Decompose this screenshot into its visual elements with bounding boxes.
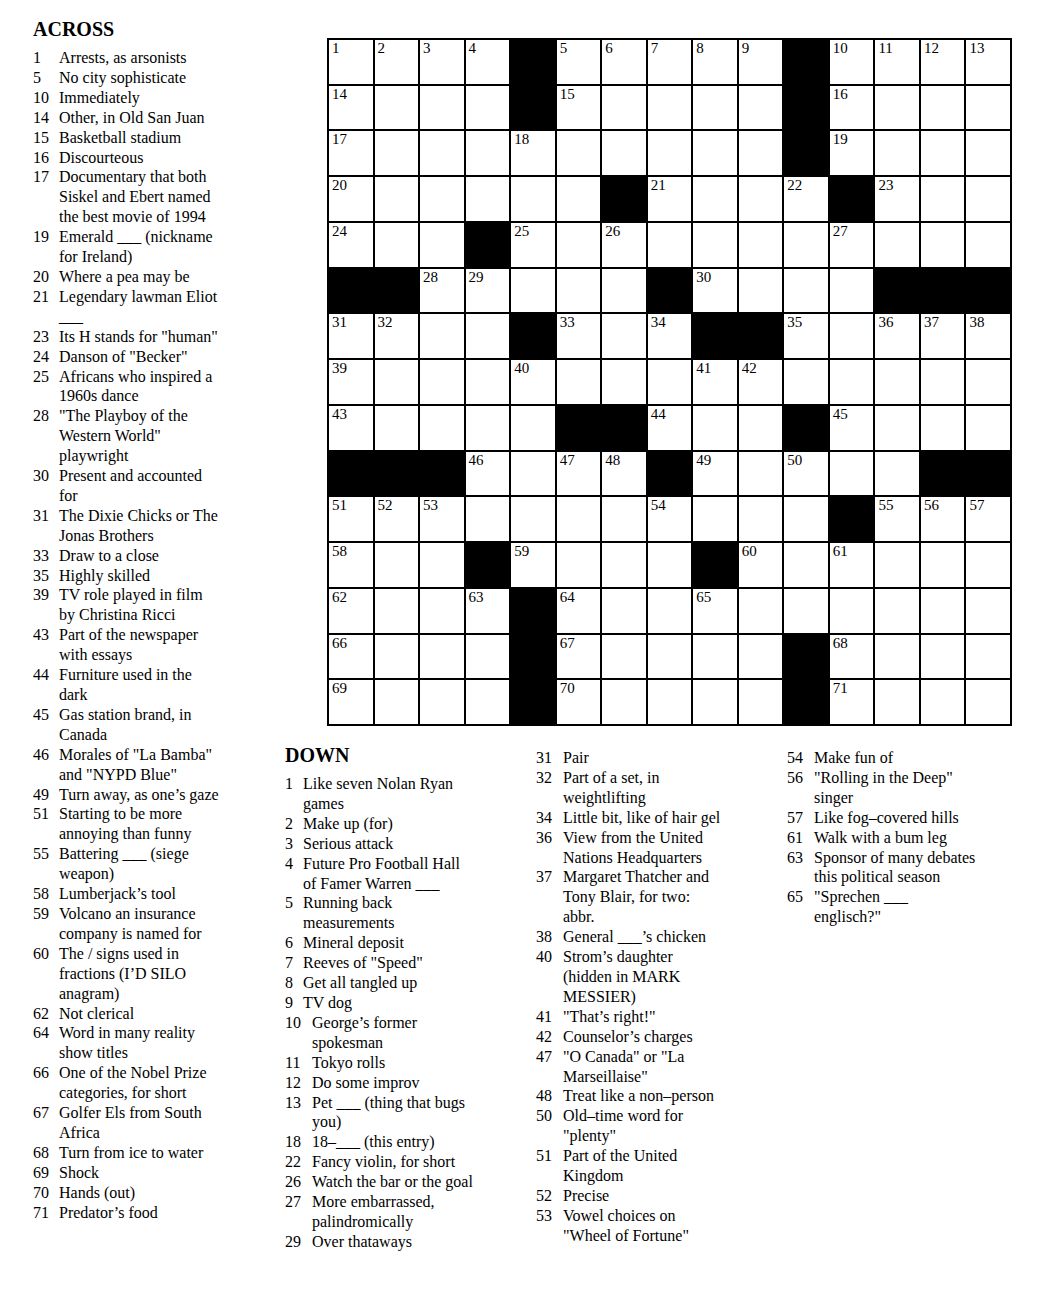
cell-number: 21	[651, 178, 666, 193]
grid-cell[interactable]	[601, 359, 647, 405]
grid-cell[interactable]	[419, 130, 465, 176]
grid-cell[interactable]: 56	[920, 496, 966, 542]
clue-number: 35	[33, 566, 59, 586]
grid-cell[interactable]	[374, 588, 420, 634]
grid-cell[interactable]: 29	[465, 268, 511, 314]
clue-number: 32	[536, 768, 563, 808]
clue-number: 45	[33, 705, 59, 745]
grid-cell[interactable]	[920, 542, 966, 588]
grid-cell[interactable]: 45	[829, 405, 875, 451]
clue-number: 37	[536, 867, 563, 927]
cell-number: 12	[924, 41, 939, 56]
across-clue-23: 23Its H stands for "human"	[33, 327, 285, 347]
grid-cell[interactable]	[465, 405, 511, 451]
grid-cell[interactable]	[783, 542, 829, 588]
grid-cell[interactable]: 3	[419, 39, 465, 85]
down-clue-50: 50Old–time word for "plenty"	[536, 1106, 782, 1146]
grid-cell[interactable]	[920, 176, 966, 222]
grid-cell[interactable]: 33	[556, 313, 602, 359]
down-clue-9: 9TV dog	[285, 993, 527, 1013]
down-clue-12: 12Do some improv	[285, 1073, 527, 1093]
grid-cell[interactable]: 54	[647, 496, 693, 542]
grid-cell[interactable]: 50	[783, 451, 829, 497]
cell-number: 71	[833, 681, 848, 696]
grid-cell[interactable]: 25	[510, 222, 556, 268]
grid-cell[interactable]	[738, 222, 784, 268]
clue-text: Make fun of	[814, 748, 1039, 768]
across-clue-67: 67Golfer Els from South Africa	[33, 1103, 285, 1143]
grid-cell[interactable]	[465, 313, 511, 359]
grid-cell[interactable]	[465, 496, 511, 542]
down-clue-56: 56"Rolling in the Deep" singer	[787, 768, 1039, 808]
grid-cell[interactable]: 37	[920, 313, 966, 359]
grid-cell[interactable]	[920, 634, 966, 680]
grid-cell[interactable]	[419, 405, 465, 451]
grid-cell[interactable]: 11	[874, 39, 920, 85]
black-cell	[510, 679, 556, 725]
grid-cell[interactable]	[874, 405, 920, 451]
clue-number: 30	[33, 466, 59, 506]
clue-number: 2	[285, 814, 303, 834]
grid-cell[interactable]	[874, 451, 920, 497]
down-clue-51: 51Part of the United Kingdom	[536, 1146, 782, 1186]
grid-cell[interactable]	[965, 588, 1011, 634]
grid-cell[interactable]: 35	[783, 313, 829, 359]
cell-number: 40	[514, 361, 529, 376]
grid-cell[interactable]	[920, 130, 966, 176]
grid-cell[interactable]	[738, 451, 784, 497]
grid-cell[interactable]	[874, 222, 920, 268]
clue-text: More embarrassed, palindromically	[312, 1192, 527, 1232]
grid-cell[interactable]: 12	[920, 39, 966, 85]
grid-cell[interactable]	[374, 130, 420, 176]
grid-cell[interactable]: 6	[601, 39, 647, 85]
grid-cell[interactable]	[419, 588, 465, 634]
grid-cell[interactable]	[965, 542, 1011, 588]
grid-cell[interactable]: 43	[328, 405, 374, 451]
grid-cell[interactable]	[965, 176, 1011, 222]
grid-cell[interactable]: 57	[965, 496, 1011, 542]
grid-cell[interactable]	[965, 130, 1011, 176]
across-clue-44: 44Furniture used in the dark	[33, 665, 285, 705]
clue-text: "O Canada" or "La Marseillaise"	[563, 1047, 782, 1087]
grid-cell[interactable]	[738, 634, 784, 680]
black-cell	[510, 313, 556, 359]
grid-cell[interactable]: 52	[374, 496, 420, 542]
across-heading: ACROSS	[33, 18, 285, 40]
across-clue-14: 14Other, in Old San Juan	[33, 108, 285, 128]
clue-number: 68	[33, 1143, 59, 1163]
grid-cell[interactable]: 8	[692, 39, 738, 85]
grid-cell[interactable]	[965, 405, 1011, 451]
grid-cell[interactable]	[556, 496, 602, 542]
black-cell	[965, 268, 1011, 314]
grid-cell[interactable]	[965, 222, 1011, 268]
clue-number: 11	[285, 1053, 312, 1073]
grid-cell[interactable]: 68	[829, 634, 875, 680]
clue-number: 51	[536, 1146, 563, 1186]
grid-cell[interactable]	[829, 588, 875, 634]
grid-cell[interactable]	[738, 588, 784, 634]
grid-cell[interactable]: 23	[874, 176, 920, 222]
grid-cell[interactable]: 20	[328, 176, 374, 222]
grid-cell[interactable]	[374, 176, 420, 222]
grid-cell[interactable]: 38	[965, 313, 1011, 359]
grid-cell[interactable]	[419, 85, 465, 131]
cell-number: 7	[651, 41, 659, 56]
grid-cell[interactable]	[601, 542, 647, 588]
cell-number: 36	[878, 315, 893, 330]
grid-cell[interactable]: 1	[328, 39, 374, 85]
black-cell	[510, 588, 556, 634]
grid-cell[interactable]: 21	[647, 176, 693, 222]
clue-number: 51	[33, 804, 59, 844]
grid-cell[interactable]	[510, 405, 556, 451]
clue-number: 1	[33, 48, 59, 68]
cell-number: 43	[332, 407, 347, 422]
grid-cell[interactable]: 59	[510, 542, 556, 588]
grid-cell[interactable]: 5	[556, 39, 602, 85]
grid-cell[interactable]	[692, 634, 738, 680]
grid-cell[interactable]	[601, 268, 647, 314]
down-clue-list-2: 31Pair32Part of a set, in weightlifting3…	[536, 748, 782, 1246]
grid-cell[interactable]: 39	[328, 359, 374, 405]
grid-cell[interactable]: 13	[965, 39, 1011, 85]
black-cell	[374, 451, 420, 497]
grid-cell[interactable]: 4	[465, 39, 511, 85]
grid-cell[interactable]: 18	[510, 130, 556, 176]
clue-text: Running back measurements	[303, 893, 527, 933]
grid-cell[interactable]: 34	[647, 313, 693, 359]
clue-number: 24	[33, 347, 59, 367]
grid-cell[interactable]: 32	[374, 313, 420, 359]
grid-cell[interactable]	[510, 451, 556, 497]
clue-text: "Rolling in the Deep" singer	[814, 768, 1039, 808]
cell-number: 16	[833, 87, 848, 102]
grid-cell[interactable]	[783, 359, 829, 405]
grid-cell[interactable]	[465, 176, 511, 222]
grid-cell[interactable]	[601, 634, 647, 680]
grid-cell[interactable]	[692, 85, 738, 131]
grid-cell[interactable]	[510, 176, 556, 222]
grid-cell[interactable]: 62	[328, 588, 374, 634]
cell-number: 10	[833, 41, 848, 56]
grid-cell[interactable]	[920, 359, 966, 405]
grid-cell[interactable]: 67	[556, 634, 602, 680]
down-clue-41: 41"That’s right!"	[536, 1007, 782, 1027]
grid-cell[interactable]	[556, 542, 602, 588]
grid-cell[interactable]	[647, 85, 693, 131]
clue-number: 56	[787, 768, 814, 808]
clue-text: Vowel choices on "Wheel of Fortune"	[563, 1206, 782, 1246]
clue-text: One of the Nobel Prize categories, for s…	[59, 1063, 285, 1103]
across-clue-1: 1Arrests, as arsonists	[33, 48, 285, 68]
cell-number: 26	[605, 224, 620, 239]
clue-number: 53	[536, 1206, 563, 1246]
grid-cell[interactable]	[556, 359, 602, 405]
grid-cell[interactable]	[920, 679, 966, 725]
grid-cell[interactable]: 36	[874, 313, 920, 359]
grid-cell[interactable]	[692, 496, 738, 542]
cell-number: 52	[378, 498, 393, 513]
cell-number: 38	[969, 315, 984, 330]
grid-cell[interactable]	[601, 588, 647, 634]
clue-number: 25	[33, 367, 59, 407]
grid-cell[interactable]	[465, 359, 511, 405]
cell-number: 17	[332, 132, 347, 147]
clue-number: 59	[33, 904, 59, 944]
black-cell	[374, 268, 420, 314]
grid-cell[interactable]	[419, 313, 465, 359]
grid-cell[interactable]	[829, 451, 875, 497]
across-clue-51: 51Starting to be more annoying than funn…	[33, 804, 285, 844]
grid-cell[interactable]: 51	[328, 496, 374, 542]
clue-number: 26	[285, 1172, 312, 1192]
grid-cell[interactable]	[419, 542, 465, 588]
grid-cell[interactable]: 47	[556, 451, 602, 497]
cell-number: 23	[878, 178, 893, 193]
grid-cell[interactable]: 2	[374, 39, 420, 85]
grid-cell[interactable]: 19	[829, 130, 875, 176]
grid-cell[interactable]: 14	[328, 85, 374, 131]
clue-text: Pair	[563, 748, 782, 768]
grid-cell[interactable]: 42	[738, 359, 784, 405]
grid-cell[interactable]: 46	[465, 451, 511, 497]
grid-cell[interactable]	[692, 130, 738, 176]
grid-cell[interactable]	[374, 359, 420, 405]
grid-cell[interactable]	[965, 634, 1011, 680]
down-clue-6: 6Mineral deposit	[285, 933, 527, 953]
clue-text: Serious attack	[303, 834, 527, 854]
grid-cell[interactable]	[510, 496, 556, 542]
grid-cell[interactable]	[601, 85, 647, 131]
grid-cell[interactable]: 28	[419, 268, 465, 314]
grid-cell[interactable]	[465, 130, 511, 176]
grid-cell[interactable]	[874, 679, 920, 725]
across-clue-17: 17Documentary that both Siskel and Ebert…	[33, 167, 285, 227]
grid-cell[interactable]: 30	[692, 268, 738, 314]
grid-cell[interactable]	[374, 634, 420, 680]
cell-number: 19	[833, 132, 848, 147]
grid-cell[interactable]: 22	[783, 176, 829, 222]
black-cell	[965, 451, 1011, 497]
grid-cell[interactable]: 16	[829, 85, 875, 131]
black-cell	[647, 451, 693, 497]
cell-number: 1	[332, 41, 340, 56]
grid-cell[interactable]	[601, 130, 647, 176]
cell-number: 62	[332, 590, 347, 605]
cell-number: 9	[742, 41, 750, 56]
grid-cell[interactable]	[783, 268, 829, 314]
clue-text: Pet ___ (thing that bugs you)	[312, 1093, 527, 1133]
grid-cell[interactable]	[556, 268, 602, 314]
grid-cell[interactable]	[874, 634, 920, 680]
grid-cell[interactable]	[419, 222, 465, 268]
black-cell	[783, 679, 829, 725]
clue-number: 8	[285, 973, 303, 993]
cell-number: 55	[878, 498, 893, 513]
grid-cell[interactable]	[374, 222, 420, 268]
grid-cell[interactable]	[783, 222, 829, 268]
grid-cell[interactable]	[510, 268, 556, 314]
grid-cell[interactable]	[920, 222, 966, 268]
grid-cell[interactable]	[556, 130, 602, 176]
grid-cell[interactable]	[965, 359, 1011, 405]
grid-cell[interactable]	[920, 85, 966, 131]
cell-number: 51	[332, 498, 347, 513]
grid-cell[interactable]	[783, 496, 829, 542]
grid-cell[interactable]: 60	[738, 542, 784, 588]
grid-cell[interactable]	[374, 542, 420, 588]
grid-cell[interactable]	[965, 85, 1011, 131]
black-cell	[783, 405, 829, 451]
grid-cell[interactable]	[692, 222, 738, 268]
black-cell	[920, 268, 966, 314]
grid-cell[interactable]: 61	[829, 542, 875, 588]
clue-number: 13	[285, 1093, 312, 1133]
across-clue-55: 55Battering ___ (siege weapon)	[33, 844, 285, 884]
cell-number: 22	[787, 178, 802, 193]
cell-number: 49	[696, 453, 711, 468]
grid-cell[interactable]	[874, 542, 920, 588]
grid-cell[interactable]	[647, 588, 693, 634]
clue-text: 18–___ (this entry)	[312, 1132, 527, 1152]
clue-text: Legendary lawman Eliot ___	[59, 287, 285, 327]
grid-cell[interactable]	[647, 130, 693, 176]
grid-cell[interactable]	[829, 359, 875, 405]
clue-number: 54	[787, 748, 814, 768]
grid-cell[interactable]	[738, 176, 784, 222]
grid-cell[interactable]: 71	[829, 679, 875, 725]
grid-cell[interactable]	[374, 679, 420, 725]
clue-number: 38	[536, 927, 563, 947]
grid-cell[interactable]	[738, 405, 784, 451]
grid-cell[interactable]: 31	[328, 313, 374, 359]
grid-cell[interactable]	[874, 359, 920, 405]
grid-cell[interactable]: 41	[692, 359, 738, 405]
clue-text: Basketball stadium	[59, 128, 285, 148]
clue-number: 57	[787, 808, 814, 828]
grid-cell[interactable]	[419, 176, 465, 222]
grid-cell[interactable]: 58	[328, 542, 374, 588]
clue-text: Word in many reality show titles	[59, 1023, 285, 1063]
grid-cell[interactable]	[738, 268, 784, 314]
grid-cell[interactable]	[419, 679, 465, 725]
grid-cell[interactable]: 64	[556, 588, 602, 634]
grid-cell[interactable]	[465, 85, 511, 131]
grid-cell[interactable]: 70	[556, 679, 602, 725]
grid-cell[interactable]	[965, 679, 1011, 725]
grid-cell[interactable]	[692, 176, 738, 222]
grid-cell[interactable]: 66	[328, 634, 374, 680]
clue-text: "That’s right!"	[563, 1007, 782, 1027]
grid-cell[interactable]	[419, 634, 465, 680]
clue-text: Make up (for)	[303, 814, 527, 834]
grid-cell[interactable]	[556, 222, 602, 268]
grid-cell[interactable]: 7	[647, 39, 693, 85]
grid-cell[interactable]	[829, 268, 875, 314]
grid-cell[interactable]: 65	[692, 588, 738, 634]
grid-cell[interactable]: 15	[556, 85, 602, 131]
across-clue-25: 25Africans who inspired a 1960s dance	[33, 367, 285, 407]
clue-number: 62	[33, 1004, 59, 1024]
across-clue-49: 49Turn away, as one’s gaze	[33, 785, 285, 805]
cell-number: 6	[605, 41, 613, 56]
down-clue-34: 34Little bit, like of hair gel	[536, 808, 782, 828]
grid-cell[interactable]: 24	[328, 222, 374, 268]
grid-cell[interactable]: 69	[328, 679, 374, 725]
grid-cell[interactable]	[920, 588, 966, 634]
grid-cell[interactable]: 27	[829, 222, 875, 268]
cell-number: 29	[469, 270, 484, 285]
grid-cell[interactable]	[738, 130, 784, 176]
grid-cell[interactable]	[783, 588, 829, 634]
across-clue-21: 21Legendary lawman Eliot ___	[33, 287, 285, 327]
grid-cell[interactable]	[601, 313, 647, 359]
grid-cell[interactable]	[647, 634, 693, 680]
grid-cell[interactable]	[556, 176, 602, 222]
clue-text: Old–time word for "plenty"	[563, 1106, 782, 1146]
grid-cell[interactable]: 48	[601, 451, 647, 497]
grid-cell[interactable]	[647, 359, 693, 405]
grid-cell[interactable]	[874, 130, 920, 176]
clue-text: Danson of "Becker"	[59, 347, 285, 367]
grid-cell[interactable]	[874, 85, 920, 131]
grid-cell[interactable]: 49	[692, 451, 738, 497]
grid-cell[interactable]	[738, 85, 784, 131]
grid-cell[interactable]	[374, 405, 420, 451]
grid-cell[interactable]	[692, 679, 738, 725]
clue-number: 55	[33, 844, 59, 884]
grid-cell[interactable]	[692, 405, 738, 451]
grid-cell[interactable]	[419, 359, 465, 405]
grid-cell[interactable]: 53	[419, 496, 465, 542]
grid-cell[interactable]: 55	[874, 496, 920, 542]
cell-number: 42	[742, 361, 757, 376]
grid-cell[interactable]	[465, 679, 511, 725]
grid-cell[interactable]	[738, 679, 784, 725]
grid-cell[interactable]: 44	[647, 405, 693, 451]
grid-cell[interactable]	[647, 542, 693, 588]
down-clue-2: 2Make up (for)	[285, 814, 527, 834]
clue-number: 19	[33, 227, 59, 267]
grid-cell[interactable]: 17	[328, 130, 374, 176]
cell-number: 50	[787, 453, 802, 468]
grid-cell[interactable]: 10	[829, 39, 875, 85]
grid-cell[interactable]	[601, 496, 647, 542]
grid-cell[interactable]	[465, 634, 511, 680]
grid-cell[interactable]	[647, 222, 693, 268]
grid-cell[interactable]	[374, 85, 420, 131]
across-clues-section: ACROSS 1Arrests, as arsonists5No city so…	[33, 18, 285, 1222]
cell-number: 5	[560, 41, 568, 56]
clue-text: Part of the United Kingdom	[563, 1146, 782, 1186]
clue-text: Other, in Old San Juan	[59, 108, 285, 128]
cell-number: 47	[560, 453, 575, 468]
grid-cell[interactable]	[601, 679, 647, 725]
grid-cell[interactable]	[738, 496, 784, 542]
clue-number: 9	[285, 993, 303, 1013]
grid-cell[interactable]: 26	[601, 222, 647, 268]
grid-cell[interactable]	[829, 313, 875, 359]
grid-cell[interactable]: 63	[465, 588, 511, 634]
grid-cell[interactable]	[874, 588, 920, 634]
grid-cell[interactable]	[920, 405, 966, 451]
down-clue-32: 32Part of a set, in weightlifting	[536, 768, 782, 808]
grid-cell[interactable]	[647, 679, 693, 725]
grid-cell[interactable]: 9	[738, 39, 784, 85]
grid-cell[interactable]: 40	[510, 359, 556, 405]
